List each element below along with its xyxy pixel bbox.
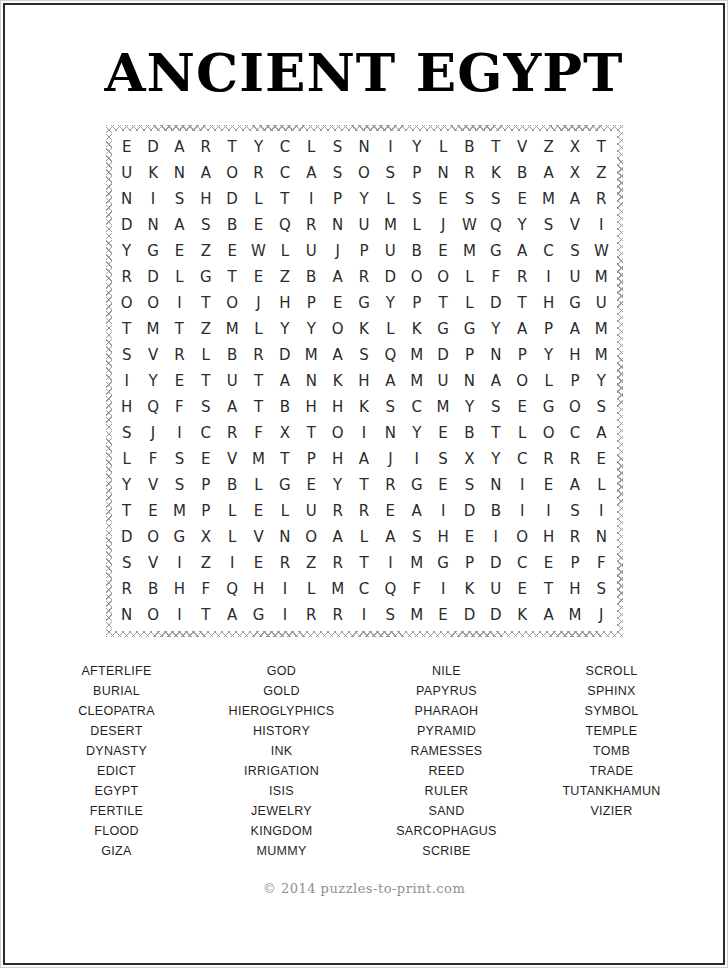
grid-cell-r11c10: K <box>351 394 377 420</box>
grid-cell-r9c8: M <box>298 342 324 368</box>
grid-cell-r8c9: O <box>324 316 350 342</box>
grid-cell-r11c11: S <box>377 394 403 420</box>
grid-cell-r11c15: S <box>483 394 509 420</box>
grid-cell-r13c2: F <box>140 446 166 472</box>
grid-cell-r12c7: X <box>272 420 298 446</box>
grid-cell-r2c18: X <box>562 160 588 186</box>
grid-cell-r17c12: M <box>404 550 430 576</box>
grid-cell-r14c12: G <box>404 472 430 498</box>
grid-cell-r17c10: T <box>351 550 377 576</box>
grid-cell-r12c5: R <box>219 420 245 446</box>
grid-cell-r9c3: R <box>166 342 192 368</box>
word-isis: ISIS <box>201 781 362 801</box>
word-mummy: MUMMY <box>201 841 362 861</box>
word-hieroglyphics: HIEROGLYPHICS <box>201 701 362 721</box>
grid-cell-r19c10: I <box>351 602 377 628</box>
grid-cell-r4c4: S <box>193 212 219 238</box>
grid-cell-r16c8: O <box>298 524 324 550</box>
grid-cell-r5c16: A <box>509 238 535 264</box>
grid-cell-r13c15: Y <box>483 446 509 472</box>
grid-cell-r14c10: T <box>351 472 377 498</box>
grid-cell-r6c18: U <box>562 264 588 290</box>
grid-cell-r8c1: T <box>114 316 140 342</box>
grid-cell-r13c16: C <box>509 446 535 472</box>
grid-cell-r15c15: B <box>483 498 509 524</box>
grid-cell-r11c19: S <box>588 394 614 420</box>
word-flood: FLOOD <box>36 821 197 841</box>
grid-cell-r3c19: R <box>588 186 614 212</box>
grid-cell-r14c5: B <box>219 472 245 498</box>
grid-cell-r18c6: H <box>245 576 271 602</box>
grid-cell-r2c2: K <box>140 160 166 186</box>
grid-cell-r4c9: N <box>324 212 350 238</box>
grid-cell-r6c8: B <box>298 264 324 290</box>
grid-cell-r15c4: P <box>193 498 219 524</box>
grid-cell-r2c17: A <box>535 160 561 186</box>
word-list-column-3: NILEPAPYRUSPHARAOHPYRAMIDRAMESSESREEDRUL… <box>366 661 527 861</box>
grid-cell-r15c16: I <box>509 498 535 524</box>
grid-cell-r5c4: Z <box>193 238 219 264</box>
grid-cell-r15c14: D <box>456 498 482 524</box>
grid-cell-r1c18: X <box>562 134 588 160</box>
grid-cell-r7c15: D <box>483 290 509 316</box>
grid-cell-r8c4: Z <box>193 316 219 342</box>
grid-cell-r12c12: Y <box>404 420 430 446</box>
grid-cell-r3c17: M <box>535 186 561 212</box>
grid-cell-r17c15: D <box>483 550 509 576</box>
grid-cell-r5c2: G <box>140 238 166 264</box>
grid-cell-r13c17: R <box>535 446 561 472</box>
grid-cell-r4c12: L <box>404 212 430 238</box>
grid-cell-r18c1: R <box>114 576 140 602</box>
grid-cell-r8c10: K <box>351 316 377 342</box>
grid-cell-r5c1: Y <box>114 238 140 264</box>
grid-cell-r8c7: Y <box>272 316 298 342</box>
word-fertile: FERTILE <box>36 801 197 821</box>
grid-cell-r6c7: Z <box>272 264 298 290</box>
grid-cell-r4c8: R <box>298 212 324 238</box>
grid-cell-r4c3: A <box>166 212 192 238</box>
grid-cell-r1c12: Y <box>404 134 430 160</box>
grid-cell-r3c9: P <box>324 186 350 212</box>
grid-cell-r14c9: Y <box>324 472 350 498</box>
grid-cell-r17c1: S <box>114 550 140 576</box>
grid-cell-r13c8: P <box>298 446 324 472</box>
grid-cell-r17c9: R <box>324 550 350 576</box>
grid-cell-r4c13: J <box>430 212 456 238</box>
grid-cell-r5c18: S <box>562 238 588 264</box>
grid-cell-r18c10: C <box>351 576 377 602</box>
grid-cell-r17c17: E <box>535 550 561 576</box>
grid-cell-r19c12: M <box>404 602 430 628</box>
grid-cell-r16c7: N <box>272 524 298 550</box>
grid-cell-r11c9: H <box>324 394 350 420</box>
grid-cell-r6c12: O <box>404 264 430 290</box>
grid-cell-r9c18: H <box>562 342 588 368</box>
grid-cell-r6c3: L <box>166 264 192 290</box>
grid-cell-r10c16: O <box>509 368 535 394</box>
grid-cell-r19c11: S <box>377 602 403 628</box>
grid-cell-r4c11: M <box>377 212 403 238</box>
grid-cell-r8c12: K <box>404 316 430 342</box>
word-trade: TRADE <box>531 761 692 781</box>
grid-cell-r18c19: S <box>588 576 614 602</box>
grid-cell-r11c14: Y <box>456 394 482 420</box>
grid-cell-r16c3: G <box>166 524 192 550</box>
grid-cell-r13c13: S <box>430 446 456 472</box>
grid-cell-r19c5: A <box>219 602 245 628</box>
grid-cell-r7c2: O <box>140 290 166 316</box>
grid-cell-r6c5: T <box>219 264 245 290</box>
grid-cell-r10c10: H <box>351 368 377 394</box>
grid-cell-r5c11: U <box>377 238 403 264</box>
grid-cell-r10c7: A <box>272 368 298 394</box>
grid-cell-r7c4: T <box>193 290 219 316</box>
grid-cell-r7c5: O <box>219 290 245 316</box>
grid-cell-r10c4: T <box>193 368 219 394</box>
grid-cell-r11c2: Q <box>140 394 166 420</box>
word-god: GOD <box>201 661 362 681</box>
grid-cell-r15c10: R <box>351 498 377 524</box>
grid-cell-r5c7: L <box>272 238 298 264</box>
grid-cell-r8c18: A <box>562 316 588 342</box>
grid-cell-r15c11: E <box>377 498 403 524</box>
grid-cell-r7c8: P <box>298 290 324 316</box>
grid-cell-r4c2: N <box>140 212 166 238</box>
grid-cell-r7c12: P <box>404 290 430 316</box>
grid-cell-r11c1: H <box>114 394 140 420</box>
word-desert: DESERT <box>36 721 197 741</box>
grid-cell-r14c15: N <box>483 472 509 498</box>
grid-cell-r14c19: L <box>588 472 614 498</box>
grid-cell-r18c15: U <box>483 576 509 602</box>
grid-cell-r4c14: W <box>456 212 482 238</box>
grid-cell-r16c1: D <box>114 524 140 550</box>
word-tomb: TOMB <box>531 741 692 761</box>
grid-cell-r18c9: M <box>324 576 350 602</box>
grid-cell-r1c7: C <box>272 134 298 160</box>
grid-cell-r14c17: E <box>535 472 561 498</box>
grid-cell-r17c18: P <box>562 550 588 576</box>
grid-cell-r3c13: E <box>430 186 456 212</box>
grid-cell-r15c2: E <box>140 498 166 524</box>
grid-cell-r9c19: M <box>588 342 614 368</box>
grid-cell-r8c14: G <box>456 316 482 342</box>
grid-cell-r10c14: N <box>456 368 482 394</box>
grid-cell-r11c6: T <box>245 394 271 420</box>
grid-cell-r10c8: N <box>298 368 324 394</box>
grid-cell-r18c18: H <box>562 576 588 602</box>
grid-cell-r10c13: U <box>430 368 456 394</box>
grid-cell-r19c3: I <box>166 602 192 628</box>
grid-cell-r4c5: B <box>219 212 245 238</box>
grid-cell-r9c17: Y <box>535 342 561 368</box>
word-ink: INK <box>201 741 362 761</box>
grid-cell-r5c17: C <box>535 238 561 264</box>
word-pharaoh: PHARAOH <box>366 701 527 721</box>
grid-cell-r8c8: Y <box>298 316 324 342</box>
grid-cell-r3c7: T <box>272 186 298 212</box>
grid-cell-r10c3: E <box>166 368 192 394</box>
grid-cell-r19c1: N <box>114 602 140 628</box>
grid-cell-r2c15: K <box>483 160 509 186</box>
grid-cell-r12c9: O <box>324 420 350 446</box>
grid-cell-r6c15: F <box>483 264 509 290</box>
grid-cell-r16c15: I <box>483 524 509 550</box>
grid-cell-r8c2: M <box>140 316 166 342</box>
word-symbol: SYMBOL <box>531 701 692 721</box>
grid-cell-r3c14: S <box>456 186 482 212</box>
word-list: AFTERLIFEBURIALCLEOPATRADESERTDYNASTYEDI… <box>36 661 692 861</box>
grid-cell-r10c6: T <box>245 368 271 394</box>
grid-cell-r12c13: E <box>430 420 456 446</box>
grid-cell-r2c3: N <box>166 160 192 186</box>
grid-cell-r16c5: L <box>219 524 245 550</box>
grid-cell-r2c16: B <box>509 160 535 186</box>
grid-cell-r12c4: C <box>193 420 219 446</box>
grid-cell-r5c12: B <box>404 238 430 264</box>
grid-cell-r3c10: Y <box>351 186 377 212</box>
grid-cell-r14c4: P <box>193 472 219 498</box>
word-scribe: SCRIBE <box>366 841 527 861</box>
grid-cell-r14c3: S <box>166 472 192 498</box>
word-afterlife: AFTERLIFE <box>36 661 197 681</box>
grid-cell-r18c13: I <box>430 576 456 602</box>
grid-cell-r13c3: S <box>166 446 192 472</box>
grid-cell-r5c5: E <box>219 238 245 264</box>
grid-cell-r7c7: H <box>272 290 298 316</box>
grid-cell-r12c15: T <box>483 420 509 446</box>
grid-cell-r19c9: R <box>324 602 350 628</box>
grid-cell-r1c14: B <box>456 134 482 160</box>
word-vizier: VIZIER <box>531 801 692 821</box>
grid-cell-r16c10: L <box>351 524 377 550</box>
grid-cell-r18c7: I <box>272 576 298 602</box>
grid-cell-r9c14: P <box>456 342 482 368</box>
grid-cell-r8c13: G <box>430 316 456 342</box>
grid-cell-r15c8: U <box>298 498 324 524</box>
grid-cell-r6c17: I <box>535 264 561 290</box>
grid-cell-r7c6: J <box>245 290 271 316</box>
grid-cell-r3c15: S <box>483 186 509 212</box>
grid-cell-r4c1: D <box>114 212 140 238</box>
grid-cell-r2c7: C <box>272 160 298 186</box>
grid-cell-r14c8: E <box>298 472 324 498</box>
grid-cell-r13c4: E <box>193 446 219 472</box>
grid-cell-r9c1: S <box>114 342 140 368</box>
grid-cell-r17c3: I <box>166 550 192 576</box>
grid-cell-r19c8: R <box>298 602 324 628</box>
grid-cell-r11c8: H <box>298 394 324 420</box>
grid-cell-r5c19: W <box>588 238 614 264</box>
grid-cell-r13c18: R <box>562 446 588 472</box>
word-irrigation: IRRIGATION <box>201 761 362 781</box>
grid-cell-r17c13: G <box>430 550 456 576</box>
grid-cell-r13c1: L <box>114 446 140 472</box>
grid-cell-r9c12: M <box>404 342 430 368</box>
grid-cell-r12c10: I <box>351 420 377 446</box>
grid-cell-r14c11: R <box>377 472 403 498</box>
grid-cell-r8c11: L <box>377 316 403 342</box>
grid-cell-r1c5: T <box>219 134 245 160</box>
grid-cell-r15c13: I <box>430 498 456 524</box>
grid-cell-r2c13: N <box>430 160 456 186</box>
grid-cell-r10c1: I <box>114 368 140 394</box>
grid-cell-r17c14: P <box>456 550 482 576</box>
grid-cell-r9c13: D <box>430 342 456 368</box>
grid-cell-r16c2: O <box>140 524 166 550</box>
grid-cell-r17c16: C <box>509 550 535 576</box>
grid-cell-r7c11: Y <box>377 290 403 316</box>
grid-cell-r7c17: H <box>535 290 561 316</box>
word-burial: BURIAL <box>36 681 197 701</box>
grid-cell-r12c11: N <box>377 420 403 446</box>
grid-cell-r1c6: Y <box>245 134 271 160</box>
grid-cell-r16c12: S <box>404 524 430 550</box>
grid-cell-r19c15: D <box>483 602 509 628</box>
grid-cell-r17c11: I <box>377 550 403 576</box>
grid-cell-r14c1: Y <box>114 472 140 498</box>
grid-cell-r17c8: Z <box>298 550 324 576</box>
grid-cell-r5c10: P <box>351 238 377 264</box>
grid-cell-r16c4: X <box>193 524 219 550</box>
grid-cell-r1c16: V <box>509 134 535 160</box>
grid-cell-r7c3: I <box>166 290 192 316</box>
grid-cell-r10c18: P <box>562 368 588 394</box>
grid-cell-r4c19: I <box>588 212 614 238</box>
word-giza: GIZA <box>36 841 197 861</box>
grid-cell-r1c10: N <box>351 134 377 160</box>
grid-cell-r11c12: C <box>404 394 430 420</box>
grid-cell-r12c14: B <box>456 420 482 446</box>
grid-cell-r18c4: F <box>193 576 219 602</box>
grid-cell-r10c15: A <box>483 368 509 394</box>
grid-cell-r10c17: L <box>535 368 561 394</box>
grid-cell-r10c5: U <box>219 368 245 394</box>
grid-cell-r12c1: S <box>114 420 140 446</box>
grid-cell-r9c15: N <box>483 342 509 368</box>
grid-cell-r5c6: W <box>245 238 271 264</box>
grid-cell-r7c16: T <box>509 290 535 316</box>
grid-cell-r2c12: P <box>404 160 430 186</box>
grid-cell-r8c16: A <box>509 316 535 342</box>
grid-cell-r3c6: L <box>245 186 271 212</box>
grid-cell-r15c6: E <box>245 498 271 524</box>
grid-cell-r4c15: Q <box>483 212 509 238</box>
grid-cell-r19c18: M <box>562 602 588 628</box>
word-list-column-1: AFTERLIFEBURIALCLEOPATRADESERTDYNASTYEDI… <box>36 661 197 861</box>
grid-cell-r19c4: T <box>193 602 219 628</box>
grid-cell-r18c5: Q <box>219 576 245 602</box>
grid-cell-r18c3: H <box>166 576 192 602</box>
grid-cell-r1c13: L <box>430 134 456 160</box>
grid-cell-r2c19: Z <box>588 160 614 186</box>
grid-cell-r2c1: U <box>114 160 140 186</box>
grid-cell-r12c6: F <box>245 420 271 446</box>
grid-cell-r5c8: U <box>298 238 324 264</box>
grid-cell-r1c19: T <box>588 134 614 160</box>
grid-cell-r1c15: T <box>483 134 509 160</box>
grid-cell-r6c13: O <box>430 264 456 290</box>
grid-cell-r1c9: S <box>324 134 350 160</box>
grid-cell-r16c16: O <box>509 524 535 550</box>
grid-cell-r15c12: A <box>404 498 430 524</box>
grid-cell-r13c9: H <box>324 446 350 472</box>
grid-cell-r11c5: A <box>219 394 245 420</box>
grid-cell-r15c3: M <box>166 498 192 524</box>
grid-cell-r17c4: Z <box>193 550 219 576</box>
grid-cell-r12c17: O <box>535 420 561 446</box>
grid-cell-r5c3: E <box>166 238 192 264</box>
grid-cell-r11c18: O <box>562 394 588 420</box>
word-ramesses: RAMESSES <box>366 741 527 761</box>
grid-cell-r11c13: M <box>430 394 456 420</box>
grid-cell-r6c10: R <box>351 264 377 290</box>
grid-cell-r19c2: O <box>140 602 166 628</box>
word-gold: GOLD <box>201 681 362 701</box>
grid-cell-r2c8: A <box>298 160 324 186</box>
grid-cell-r18c14: K <box>456 576 482 602</box>
grid-cell-r9c4: L <box>193 342 219 368</box>
grid-cell-r2c10: O <box>351 160 377 186</box>
grid-cell-r9c10: S <box>351 342 377 368</box>
grid-cell-r17c19: F <box>588 550 614 576</box>
grid-cell-r6c1: R <box>114 264 140 290</box>
grid-cell-r17c6: E <box>245 550 271 576</box>
grid-cell-r9c5: B <box>219 342 245 368</box>
grid-cell-r2c6: R <box>245 160 271 186</box>
grid-cell-r8c3: T <box>166 316 192 342</box>
grid-cell-r12c3: I <box>166 420 192 446</box>
grid-cell-r10c19: Y <box>588 368 614 394</box>
grid-hatch-frame: EDARTYCLSNIYLBTVZXTUKNAORCASOSPNRKBAXZNI… <box>106 125 623 637</box>
copyright-text: © 2014 puzzles-to-print.com <box>5 881 723 896</box>
grid-cell-r19c16: K <box>509 602 535 628</box>
grid-cell-r3c12: S <box>404 186 430 212</box>
grid-cell-r6c4: G <box>193 264 219 290</box>
word-reed: REED <box>366 761 527 781</box>
grid-cell-r19c14: D <box>456 602 482 628</box>
grid-cell-r6c19: M <box>588 264 614 290</box>
grid-cell-r11c4: S <box>193 394 219 420</box>
grid-cell-r1c4: R <box>193 134 219 160</box>
grid-cell-r8c17: P <box>535 316 561 342</box>
grid-cell-r10c2: Y <box>140 368 166 394</box>
word-jewelry: JEWELRY <box>201 801 362 821</box>
grid-cell-r11c16: E <box>509 394 535 420</box>
grid-cell-r13c19: E <box>588 446 614 472</box>
page-inner-border: ANCIENT EGYPT EDARTYCLSNIYLBTVZXTUKNAORC… <box>3 3 725 965</box>
grid-cell-r4c6: E <box>245 212 271 238</box>
grid-cell-r8c6: L <box>245 316 271 342</box>
grid-cell-r9c16: P <box>509 342 535 368</box>
grid-cell-r14c13: E <box>430 472 456 498</box>
word-temple: TEMPLE <box>531 721 692 741</box>
grid-cell-r11c7: B <box>272 394 298 420</box>
grid-cell-r16c6: V <box>245 524 271 550</box>
grid-cell-r19c19: J <box>588 602 614 628</box>
word-kingdom: KINGDOM <box>201 821 362 841</box>
grid-cell-r17c5: I <box>219 550 245 576</box>
word-history: HISTORY <box>201 721 362 741</box>
grid-cell-r13c11: J <box>377 446 403 472</box>
grid-cell-r6c16: R <box>509 264 535 290</box>
grid-cell-r3c16: E <box>509 186 535 212</box>
grid-cell-r12c19: A <box>588 420 614 446</box>
grid-cell-r7c18: G <box>562 290 588 316</box>
grid-cell-r18c2: B <box>140 576 166 602</box>
grid-cell-r7c1: O <box>114 290 140 316</box>
